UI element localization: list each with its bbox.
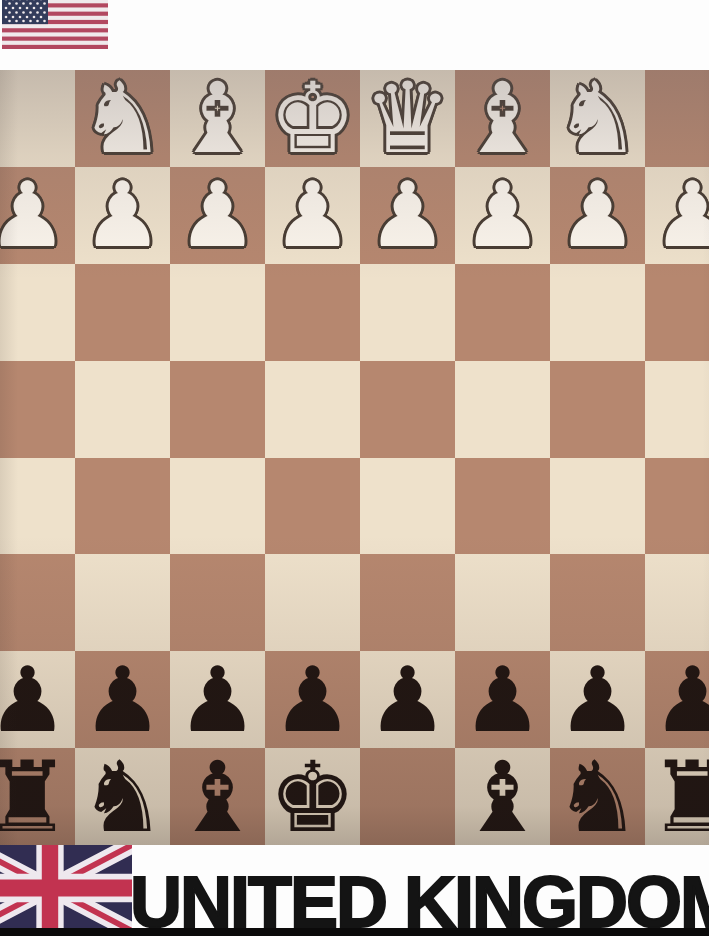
square-c7[interactable]: ♟ — [455, 651, 550, 748]
square-d5[interactable] — [360, 458, 455, 555]
square-g3[interactable] — [75, 264, 170, 361]
square-a4[interactable] — [645, 361, 709, 458]
square-h1[interactable] — [0, 70, 75, 167]
square-h6[interactable] — [0, 554, 75, 651]
square-d7[interactable]: ♟ — [360, 651, 455, 748]
square-a3[interactable] — [645, 264, 709, 361]
square-b7[interactable]: ♟ — [550, 651, 645, 748]
square-e1[interactable]: ♚ — [265, 70, 360, 167]
square-b5[interactable] — [550, 458, 645, 555]
square-a2[interactable]: ♟ — [645, 167, 709, 264]
piece-black-bishop: ♝ — [459, 748, 547, 846]
square-d4[interactable] — [360, 361, 455, 458]
piece-white-pawn: ♟ — [367, 170, 448, 260]
piece-white-queen: ♛ — [364, 69, 452, 167]
piece-white-pawn: ♟ — [462, 170, 543, 260]
square-e3[interactable] — [265, 264, 360, 361]
chess-board: ♞♝♚♛♝♞♟♟♟♟♟♟♟♟♟♟♟♟♟♟♟♟♜♞♝♚♝♞♜ — [0, 70, 709, 845]
piece-white-bishop: ♝ — [174, 69, 262, 167]
piece-black-rook: ♜ — [649, 748, 709, 846]
square-c1[interactable]: ♝ — [455, 70, 550, 167]
piece-black-pawn: ♟ — [367, 655, 448, 745]
piece-white-bishop: ♝ — [459, 69, 547, 167]
square-h3[interactable] — [0, 264, 75, 361]
square-d1[interactable]: ♛ — [360, 70, 455, 167]
square-g2[interactable]: ♟ — [75, 167, 170, 264]
square-c6[interactable] — [455, 554, 550, 651]
square-c3[interactable] — [455, 264, 550, 361]
top-banner — [0, 0, 709, 70]
piece-black-pawn: ♟ — [177, 655, 258, 745]
meme-image: UNITED STATES ♞♝♚♛♝♞♟♟♟♟♟♟♟♟♟♟♟♟♟♟♟♟♜♞♝♚… — [0, 0, 709, 936]
piece-white-knight: ♞ — [554, 69, 642, 167]
square-g7[interactable]: ♟ — [75, 651, 170, 748]
square-b1[interactable]: ♞ — [550, 70, 645, 167]
square-a7[interactable]: ♟ — [645, 651, 709, 748]
square-e2[interactable]: ♟ — [265, 167, 360, 264]
square-b4[interactable] — [550, 361, 645, 458]
piece-black-bishop: ♝ — [174, 748, 262, 846]
piece-black-pawn: ♟ — [652, 655, 709, 745]
square-h2[interactable]: ♟ — [0, 167, 75, 264]
piece-white-pawn: ♟ — [272, 170, 353, 260]
square-c5[interactable] — [455, 458, 550, 555]
piece-black-pawn: ♟ — [0, 655, 68, 745]
square-e6[interactable] — [265, 554, 360, 651]
piece-white-pawn: ♟ — [652, 170, 709, 260]
piece-black-king: ♚ — [269, 748, 357, 846]
square-g6[interactable] — [75, 554, 170, 651]
square-g1[interactable]: ♞ — [75, 70, 170, 167]
piece-white-pawn: ♟ — [0, 170, 68, 260]
square-h4[interactable] — [0, 361, 75, 458]
piece-black-knight: ♞ — [79, 748, 167, 846]
square-c8[interactable]: ♝ — [455, 748, 550, 845]
square-e7[interactable]: ♟ — [265, 651, 360, 748]
piece-black-rook: ♜ — [0, 748, 71, 846]
square-f6[interactable] — [170, 554, 265, 651]
piece-black-pawn: ♟ — [272, 655, 353, 745]
piece-white-pawn: ♟ — [82, 170, 163, 260]
square-f2[interactable]: ♟ — [170, 167, 265, 264]
piece-white-pawn: ♟ — [557, 170, 638, 260]
square-e4[interactable] — [265, 361, 360, 458]
square-e5[interactable] — [265, 458, 360, 555]
square-h8[interactable]: ♜ — [0, 748, 75, 845]
square-b2[interactable]: ♟ — [550, 167, 645, 264]
square-a8[interactable]: ♜ — [645, 748, 709, 845]
square-c4[interactable] — [455, 361, 550, 458]
square-g5[interactable] — [75, 458, 170, 555]
square-d3[interactable] — [360, 264, 455, 361]
us-flag-icon — [2, 0, 108, 49]
square-d8[interactable] — [360, 748, 455, 845]
square-d2[interactable]: ♟ — [360, 167, 455, 264]
square-f7[interactable]: ♟ — [170, 651, 265, 748]
square-d6[interactable] — [360, 554, 455, 651]
uk-flag-icon — [0, 845, 132, 931]
square-a1[interactable] — [645, 70, 709, 167]
piece-white-knight: ♞ — [79, 69, 167, 167]
square-f3[interactable] — [170, 264, 265, 361]
piece-black-pawn: ♟ — [557, 655, 638, 745]
piece-white-king: ♚ — [269, 69, 357, 167]
square-f1[interactable]: ♝ — [170, 70, 265, 167]
piece-black-pawn: ♟ — [82, 655, 163, 745]
square-e8[interactable]: ♚ — [265, 748, 360, 845]
square-g4[interactable] — [75, 361, 170, 458]
piece-black-knight: ♞ — [554, 748, 642, 846]
square-b8[interactable]: ♞ — [550, 748, 645, 845]
square-b6[interactable] — [550, 554, 645, 651]
piece-white-pawn: ♟ — [177, 170, 258, 260]
square-c2[interactable]: ♟ — [455, 167, 550, 264]
title-united-kingdom: UNITED KINGDOM — [130, 866, 709, 936]
square-f8[interactable]: ♝ — [170, 748, 265, 845]
square-a6[interactable] — [645, 554, 709, 651]
square-f4[interactable] — [170, 361, 265, 458]
square-g8[interactable]: ♞ — [75, 748, 170, 845]
square-f5[interactable] — [170, 458, 265, 555]
square-h5[interactable] — [0, 458, 75, 555]
square-b3[interactable] — [550, 264, 645, 361]
bottom-black-bar — [0, 928, 709, 936]
square-a5[interactable] — [645, 458, 709, 555]
square-h7[interactable]: ♟ — [0, 651, 75, 748]
piece-black-pawn: ♟ — [462, 655, 543, 745]
